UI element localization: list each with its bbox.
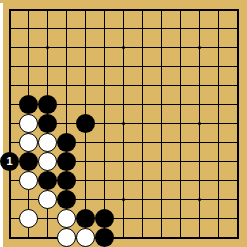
grid-line-v (104, 114, 105, 133)
star-point (198, 198, 201, 201)
intersection-8-11[interactable] (152, 209, 171, 228)
grid-line-v (218, 38, 219, 57)
intersection-1-4[interactable] (19, 76, 38, 95)
grid-line-v (9, 114, 11, 133)
intersection-12-10[interactable] (228, 190, 247, 209)
intersection-3-1[interactable] (57, 19, 76, 38)
grid-line-v (142, 95, 143, 114)
intersection-1-6[interactable] (19, 114, 38, 133)
grid-line-v (9, 228, 11, 239)
intersection-7-6[interactable] (133, 114, 152, 133)
intersection-3-8[interactable] (57, 152, 76, 171)
intersection-12-11[interactable] (228, 209, 247, 228)
grid-line-v (199, 57, 200, 76)
intersection-4-2[interactable] (76, 38, 95, 57)
intersection-2-0[interactable] (38, 0, 57, 19)
intersection-10-10[interactable] (190, 190, 209, 209)
intersection-7-5[interactable] (133, 95, 152, 114)
intersection-7-8[interactable] (133, 152, 152, 171)
black-stone (38, 95, 57, 114)
grid-line-v (142, 171, 143, 190)
intersection-4-1[interactable] (76, 19, 95, 38)
intersection-1-2[interactable] (19, 38, 38, 57)
star-point (122, 46, 125, 49)
intersection-2-4[interactable] (38, 76, 57, 95)
grid-line-v (142, 19, 143, 38)
intersection-12-4[interactable] (228, 76, 247, 95)
grid-line-v (28, 190, 29, 209)
intersection-12-12[interactable] (228, 228, 247, 247)
intersection-5-12[interactable] (95, 228, 114, 247)
intersection-6-6[interactable] (114, 114, 133, 133)
intersection-0-5[interactable] (0, 95, 19, 114)
grid-line-v (9, 57, 11, 76)
intersection-3-7[interactable] (57, 133, 76, 152)
intersection-2-7[interactable] (38, 133, 57, 152)
intersection-9-6[interactable] (171, 114, 190, 133)
grid-line-v (218, 95, 219, 114)
grid-line-v (9, 171, 11, 190)
grid-line-v (142, 133, 143, 152)
black-stone (57, 133, 76, 152)
intersection-5-2[interactable] (95, 38, 114, 57)
intersection-4-8[interactable] (76, 152, 95, 171)
grid-line-v (237, 38, 239, 57)
intersection-4-5[interactable] (76, 95, 95, 114)
black-stone (76, 209, 95, 228)
grid-line-v (180, 190, 181, 209)
white-stone (38, 190, 57, 209)
star-point (198, 46, 201, 49)
black-stone (95, 228, 114, 247)
intersection-4-10[interactable] (76, 190, 95, 209)
intersection-2-6[interactable] (38, 114, 57, 133)
grid-line-v (9, 9, 11, 19)
intersection-9-5[interactable] (171, 95, 190, 114)
intersection-6-12[interactable] (114, 228, 133, 247)
intersection-1-10[interactable] (19, 190, 38, 209)
intersection-5-1[interactable] (95, 19, 114, 38)
grid-line-v (161, 190, 162, 209)
grid-line-v (28, 9, 29, 19)
grid-line-v (142, 152, 143, 171)
intersection-11-11[interactable] (209, 209, 228, 228)
grid-line-v (237, 133, 239, 152)
grid-line-v (161, 133, 162, 152)
intersection-7-9[interactable] (133, 171, 152, 190)
intersection-5-11[interactable] (95, 209, 114, 228)
grid-line-v (104, 57, 105, 76)
intersection-7-1[interactable] (133, 19, 152, 38)
intersection-8-2[interactable] (152, 38, 171, 57)
intersection-6-4[interactable] (114, 76, 133, 95)
intersection-10-3[interactable] (190, 57, 209, 76)
intersection-9-11[interactable] (171, 209, 190, 228)
intersection-2-2[interactable] (38, 38, 57, 57)
intersection-7-12[interactable] (133, 228, 152, 247)
white-stone (57, 209, 76, 228)
intersection-8-10[interactable] (152, 190, 171, 209)
grid-line-v (28, 57, 29, 76)
intersection-4-9[interactable] (76, 171, 95, 190)
grid-line-v (66, 19, 67, 38)
intersection-9-7[interactable] (171, 133, 190, 152)
grid-line-v (199, 171, 200, 190)
intersection-7-7[interactable] (133, 133, 152, 152)
grid-line-v (66, 76, 67, 95)
grid-line-v (218, 190, 219, 209)
intersection-4-11[interactable] (76, 209, 95, 228)
grid-line-v (123, 9, 124, 19)
go-board: 1 (0, 0, 247, 247)
grid-line-v (180, 228, 181, 239)
white-stone (38, 133, 57, 152)
grid-line-v (142, 57, 143, 76)
intersection-7-0[interactable] (133, 0, 152, 19)
black-stone (95, 209, 114, 228)
intersection-6-0[interactable] (114, 0, 133, 19)
white-stone (19, 209, 38, 228)
intersection-9-2[interactable] (171, 38, 190, 57)
star-point (122, 198, 125, 201)
grid-line-v (180, 9, 181, 19)
intersection-9-10[interactable] (171, 190, 190, 209)
grid-line-v (199, 95, 200, 114)
intersection-4-0[interactable] (76, 0, 95, 19)
intersection-7-2[interactable] (133, 38, 152, 57)
intersection-5-0[interactable] (95, 0, 114, 19)
intersection-0-11[interactable] (0, 209, 19, 228)
grid-line-v (85, 171, 86, 190)
grid-line-v (161, 38, 162, 57)
intersection-6-9[interactable] (114, 171, 133, 190)
grid-line-v (142, 38, 143, 57)
intersection-12-6[interactable] (228, 114, 247, 133)
star-point (46, 46, 49, 49)
grid-line-v (218, 228, 219, 239)
grid-line-v (66, 38, 67, 57)
intersection-6-1[interactable] (114, 19, 133, 38)
intersection-6-10[interactable] (114, 190, 133, 209)
grid-line-v (180, 171, 181, 190)
intersection-2-3[interactable] (38, 57, 57, 76)
intersection-5-4[interactable] (95, 76, 114, 95)
intersection-9-12[interactable] (171, 228, 190, 247)
intersection-11-4[interactable] (209, 76, 228, 95)
grid-line-v (180, 209, 181, 228)
intersection-9-3[interactable] (171, 57, 190, 76)
intersection-11-12[interactable] (209, 228, 228, 247)
black-stone (57, 152, 76, 171)
grid-line-v (218, 171, 219, 190)
intersection-9-0[interactable] (171, 0, 190, 19)
grid-line-v (47, 57, 48, 76)
intersection-0-2[interactable] (0, 38, 19, 57)
intersection-9-1[interactable] (171, 19, 190, 38)
intersection-12-0[interactable] (228, 0, 247, 19)
intersection-12-9[interactable] (228, 171, 247, 190)
grid-line-v (123, 76, 124, 95)
intersection-10-6[interactable] (190, 114, 209, 133)
intersection-10-8[interactable] (190, 152, 209, 171)
intersection-10-9[interactable] (190, 171, 209, 190)
grid-line-v (218, 152, 219, 171)
grid-line-v (218, 9, 219, 19)
grid-line-v (123, 19, 124, 38)
black-stone (38, 171, 57, 190)
black-stone (57, 171, 76, 190)
intersection-8-6[interactable] (152, 114, 171, 133)
intersection-0-4[interactable] (0, 76, 19, 95)
grid-line-v (180, 38, 181, 57)
intersection-12-2[interactable] (228, 38, 247, 57)
intersection-8-12[interactable] (152, 228, 171, 247)
intersection-3-0[interactable] (57, 0, 76, 19)
intersection-10-5[interactable] (190, 95, 209, 114)
intersection-5-5[interactable] (95, 95, 114, 114)
intersection-8-0[interactable] (152, 0, 171, 19)
grid-line-v (47, 76, 48, 95)
grid-line-v (180, 95, 181, 114)
intersection-1-12[interactable] (19, 228, 38, 247)
intersection-2-12[interactable] (38, 228, 57, 247)
intersection-1-7[interactable] (19, 133, 38, 152)
grid-line-v (161, 9, 162, 19)
intersection-2-1[interactable] (38, 19, 57, 38)
intersection-11-2[interactable] (209, 38, 228, 57)
grid-line-v (237, 9, 239, 19)
grid-line-v (66, 114, 67, 133)
intersection-6-2[interactable] (114, 38, 133, 57)
intersection-1-9[interactable] (19, 171, 38, 190)
intersection-8-7[interactable] (152, 133, 171, 152)
grid-line-v (180, 19, 181, 38)
black-stone (19, 95, 38, 114)
grid-line-v (66, 57, 67, 76)
intersection-8-5[interactable] (152, 95, 171, 114)
grid-line-v (28, 19, 29, 38)
intersection-11-5[interactable] (209, 95, 228, 114)
grid-line-v (104, 9, 105, 19)
intersection-1-8[interactable] (19, 152, 38, 171)
grid-line-v (142, 9, 143, 19)
intersection-5-10[interactable] (95, 190, 114, 209)
grid-line-v (199, 76, 200, 95)
intersection-1-11[interactable] (19, 209, 38, 228)
grid-line-v (104, 19, 105, 38)
intersection-0-9[interactable] (0, 171, 19, 190)
intersection-4-3[interactable] (76, 57, 95, 76)
intersection-8-1[interactable] (152, 19, 171, 38)
intersection-1-3[interactable] (19, 57, 38, 76)
intersection-11-10[interactable] (209, 190, 228, 209)
grid-line-v (142, 209, 143, 228)
intersection-0-7[interactable] (0, 133, 19, 152)
intersection-3-12[interactable] (57, 228, 76, 247)
intersection-1-1[interactable] (19, 19, 38, 38)
intersection-11-1[interactable] (209, 19, 228, 38)
grid-line-v (161, 152, 162, 171)
grid-line-v (85, 76, 86, 95)
intersection-1-0[interactable] (19, 0, 38, 19)
grid-line-v (85, 152, 86, 171)
intersection-3-10[interactable] (57, 190, 76, 209)
intersection-5-8[interactable] (95, 152, 114, 171)
grid-line-v (9, 133, 11, 152)
intersection-12-8[interactable] (228, 152, 247, 171)
intersection-3-4[interactable] (57, 76, 76, 95)
grid-line-v (66, 95, 67, 114)
intersection-0-12[interactable] (0, 228, 19, 247)
grid-line-v (104, 95, 105, 114)
grid-line-v (180, 114, 181, 133)
intersection-7-10[interactable] (133, 190, 152, 209)
intersection-3-3[interactable] (57, 57, 76, 76)
intersection-9-8[interactable] (171, 152, 190, 171)
intersection-6-8[interactable] (114, 152, 133, 171)
intersection-12-5[interactable] (228, 95, 247, 114)
grid-line-v (142, 190, 143, 209)
grid-line-v (237, 114, 239, 133)
intersection-3-6[interactable] (57, 114, 76, 133)
grid-line-v (123, 152, 124, 171)
intersection-11-7[interactable] (209, 133, 228, 152)
intersection-4-12[interactable] (76, 228, 95, 247)
grid-line-v (9, 95, 11, 114)
intersection-3-9[interactable] (57, 171, 76, 190)
intersection-12-1[interactable] (228, 19, 247, 38)
grid-line-v (123, 57, 124, 76)
intersection-11-0[interactable] (209, 0, 228, 19)
grid-line-v (123, 228, 124, 239)
grid-line-v (218, 209, 219, 228)
intersection-10-0[interactable] (190, 0, 209, 19)
intersection-4-4[interactable] (76, 76, 95, 95)
intersection-11-9[interactable] (209, 171, 228, 190)
intersection-5-9[interactable] (95, 171, 114, 190)
intersection-2-8[interactable] (38, 152, 57, 171)
grid-line-v (161, 19, 162, 38)
grid-line-v (123, 171, 124, 190)
intersection-0-3[interactable] (0, 57, 19, 76)
intersection-11-8[interactable] (209, 152, 228, 171)
intersection-0-8[interactable]: 1 (0, 152, 19, 171)
grid-line-v (142, 114, 143, 133)
grid-line-v (85, 9, 86, 19)
intersection-10-7[interactable] (190, 133, 209, 152)
grid-line-v (180, 133, 181, 152)
intersection-4-6[interactable] (76, 114, 95, 133)
go-diagram: 1 (0, 0, 247, 247)
white-stone (19, 171, 38, 190)
intersection-6-3[interactable] (114, 57, 133, 76)
grid-line-v (180, 152, 181, 171)
intersection-7-3[interactable] (133, 57, 152, 76)
grid-line-v (199, 133, 200, 152)
grid-line-v (85, 95, 86, 114)
black-stone (57, 190, 76, 209)
intersection-2-5[interactable] (38, 95, 57, 114)
grid-line-v (161, 95, 162, 114)
intersection-9-9[interactable] (171, 171, 190, 190)
grid-line-v (161, 228, 162, 239)
intersection-12-7[interactable] (228, 133, 247, 152)
star-point (198, 122, 201, 125)
grid-line-v (161, 114, 162, 133)
grid-line-v (104, 190, 105, 209)
intersection-5-3[interactable] (95, 57, 114, 76)
grid-line-v (218, 114, 219, 133)
grid-line-v (104, 76, 105, 95)
intersection-6-5[interactable] (114, 95, 133, 114)
grid-line-v (161, 209, 162, 228)
intersection-10-11[interactable] (190, 209, 209, 228)
intersection-10-4[interactable] (190, 76, 209, 95)
grid-line-v (85, 19, 86, 38)
star-point (122, 122, 125, 125)
intersection-0-6[interactable] (0, 114, 19, 133)
intersection-3-5[interactable] (57, 95, 76, 114)
grid-line-v (199, 152, 200, 171)
intersection-11-6[interactable] (209, 114, 228, 133)
intersection-12-3[interactable] (228, 57, 247, 76)
grid-line-v (123, 95, 124, 114)
intersection-8-3[interactable] (152, 57, 171, 76)
intersection-0-0[interactable] (0, 0, 19, 19)
intersection-2-10[interactable] (38, 190, 57, 209)
grid-line-v (104, 133, 105, 152)
intersection-2-9[interactable] (38, 171, 57, 190)
grid-line-v (199, 228, 200, 239)
grid-line-v (161, 76, 162, 95)
grid-line-v (218, 19, 219, 38)
intersection-8-4[interactable] (152, 76, 171, 95)
grid-line-v (47, 9, 48, 19)
grid-line-v (85, 57, 86, 76)
intersection-0-10[interactable] (0, 190, 19, 209)
intersection-6-11[interactable] (114, 209, 133, 228)
intersection-4-7[interactable] (76, 133, 95, 152)
intersection-10-1[interactable] (190, 19, 209, 38)
intersection-0-1[interactable] (0, 19, 19, 38)
intersection-10-12[interactable] (190, 228, 209, 247)
intersection-8-8[interactable] (152, 152, 171, 171)
intersection-3-11[interactable] (57, 209, 76, 228)
intersection-8-9[interactable] (152, 171, 171, 190)
intersection-7-11[interactable] (133, 209, 152, 228)
grid-line-v (199, 209, 200, 228)
black-stone (38, 114, 57, 133)
intersection-6-7[interactable] (114, 133, 133, 152)
intersection-11-3[interactable] (209, 57, 228, 76)
white-stone (38, 152, 57, 171)
intersection-9-4[interactable] (171, 76, 190, 95)
black-stone (76, 114, 95, 133)
black-stone: 1 (0, 152, 19, 171)
intersection-10-2[interactable] (190, 38, 209, 57)
grid-line-v (161, 171, 162, 190)
grid-line-v (9, 190, 11, 209)
intersection-5-7[interactable] (95, 133, 114, 152)
grid-line-v (218, 76, 219, 95)
grid-line-v (9, 209, 11, 228)
intersection-1-5[interactable] (19, 95, 38, 114)
intersection-3-2[interactable] (57, 38, 76, 57)
grid-line-v (161, 57, 162, 76)
intersection-2-11[interactable] (38, 209, 57, 228)
intersection-7-4[interactable] (133, 76, 152, 95)
intersection-5-6[interactable] (95, 114, 114, 133)
